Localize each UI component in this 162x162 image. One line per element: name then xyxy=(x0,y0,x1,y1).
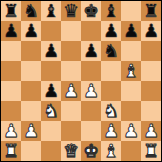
piece-white-bishop[interactable]: ♝ xyxy=(123,61,139,81)
square-b8[interactable]: ♞ xyxy=(21,1,41,21)
square-b1[interactable] xyxy=(21,141,41,161)
square-b2[interactable]: ♟ xyxy=(21,121,41,141)
piece-black-knight[interactable]: ♞ xyxy=(103,41,119,61)
square-e5[interactable] xyxy=(81,61,101,81)
square-d6[interactable] xyxy=(61,41,81,61)
square-a3[interactable] xyxy=(1,101,21,121)
square-b5[interactable] xyxy=(21,61,41,81)
piece-white-knight[interactable]: ♞ xyxy=(43,101,59,121)
piece-black-pawn[interactable]: ♟ xyxy=(43,81,59,101)
piece-black-bishop[interactable]: ♝ xyxy=(43,1,59,21)
square-h7[interactable]: ♟ xyxy=(141,21,161,41)
square-g2[interactable]: ♟ xyxy=(121,121,141,141)
square-h5[interactable] xyxy=(141,61,161,81)
square-a4[interactable] xyxy=(1,81,21,101)
square-d3[interactable] xyxy=(61,101,81,121)
piece-white-pawn[interactable]: ♟ xyxy=(123,121,139,141)
square-c3[interactable]: ♞ xyxy=(41,101,61,121)
square-e4[interactable]: ♟ xyxy=(81,81,101,101)
piece-white-pawn[interactable]: ♟ xyxy=(63,81,79,101)
square-f8[interactable]: ♝ xyxy=(101,1,121,21)
square-g7[interactable]: ♟ xyxy=(121,21,141,41)
piece-white-queen[interactable]: ♛ xyxy=(63,141,79,161)
piece-white-bishop[interactable]: ♝ xyxy=(103,141,119,161)
piece-black-pawn[interactable]: ♟ xyxy=(23,21,39,41)
piece-white-pawn[interactable]: ♟ xyxy=(83,81,99,101)
square-d2[interactable] xyxy=(61,121,81,141)
square-c4[interactable]: ♟ xyxy=(41,81,61,101)
square-c2[interactable] xyxy=(41,121,61,141)
piece-black-rook[interactable]: ♜ xyxy=(143,1,159,21)
square-a8[interactable]: ♜ xyxy=(1,1,21,21)
piece-white-pawn[interactable]: ♟ xyxy=(23,121,39,141)
square-h4[interactable] xyxy=(141,81,161,101)
piece-black-pawn[interactable]: ♟ xyxy=(123,21,139,41)
piece-white-rook[interactable]: ♜ xyxy=(143,141,159,161)
square-f3[interactable]: ♞ xyxy=(101,101,121,121)
square-c7[interactable] xyxy=(41,21,61,41)
square-h1[interactable]: ♜ xyxy=(141,141,161,161)
piece-black-king[interactable]: ♚ xyxy=(83,1,99,21)
square-f1[interactable]: ♝ xyxy=(101,141,121,161)
square-e6[interactable]: ♟ xyxy=(81,41,101,61)
square-h2[interactable]: ♟ xyxy=(141,121,161,141)
piece-white-pawn[interactable]: ♟ xyxy=(103,121,119,141)
square-b4[interactable] xyxy=(21,81,41,101)
square-g1[interactable] xyxy=(121,141,141,161)
piece-black-queen[interactable]: ♛ xyxy=(63,1,79,21)
square-f6[interactable]: ♞ xyxy=(101,41,121,61)
square-f4[interactable] xyxy=(101,81,121,101)
square-h3[interactable] xyxy=(141,101,161,121)
square-d1[interactable]: ♛ xyxy=(61,141,81,161)
square-g8[interactable] xyxy=(121,1,141,21)
square-f7[interactable]: ♟ xyxy=(101,21,121,41)
square-g3[interactable] xyxy=(121,101,141,121)
piece-white-king[interactable]: ♚ xyxy=(83,141,99,161)
square-e7[interactable] xyxy=(81,21,101,41)
piece-white-knight[interactable]: ♞ xyxy=(103,101,119,121)
piece-black-bishop[interactable]: ♝ xyxy=(103,1,119,21)
square-d8[interactable]: ♛ xyxy=(61,1,81,21)
chess-board[interactable]: ♜♞♝♛♚♝♜♟♟♟♟♟♟♟♞♝♟♟♟♞♞♟♟♟♟♟♜♛♚♝♜ xyxy=(0,0,162,162)
piece-white-pawn[interactable]: ♟ xyxy=(143,121,159,141)
square-g5[interactable]: ♝ xyxy=(121,61,141,81)
piece-white-pawn[interactable]: ♟ xyxy=(3,121,19,141)
square-f2[interactable]: ♟ xyxy=(101,121,121,141)
square-e3[interactable] xyxy=(81,101,101,121)
piece-black-rook[interactable]: ♜ xyxy=(3,1,19,21)
square-h8[interactable]: ♜ xyxy=(141,1,161,21)
square-a5[interactable] xyxy=(1,61,21,81)
square-c6[interactable]: ♟ xyxy=(41,41,61,61)
square-b6[interactable] xyxy=(21,41,41,61)
chess-board-frame: ♜♞♝♛♚♝♜♟♟♟♟♟♟♟♞♝♟♟♟♞♞♟♟♟♟♟♜♛♚♝♜ xyxy=(0,0,162,162)
square-a6[interactable] xyxy=(1,41,21,61)
square-a7[interactable]: ♟ xyxy=(1,21,21,41)
piece-black-pawn[interactable]: ♟ xyxy=(3,21,19,41)
square-e2[interactable] xyxy=(81,121,101,141)
piece-black-pawn[interactable]: ♟ xyxy=(103,21,119,41)
piece-black-pawn[interactable]: ♟ xyxy=(83,41,99,61)
square-c5[interactable] xyxy=(41,61,61,81)
square-d7[interactable] xyxy=(61,21,81,41)
square-a2[interactable]: ♟ xyxy=(1,121,21,141)
square-e8[interactable]: ♚ xyxy=(81,1,101,21)
square-h6[interactable] xyxy=(141,41,161,61)
square-e1[interactable]: ♚ xyxy=(81,141,101,161)
piece-black-knight[interactable]: ♞ xyxy=(23,1,39,21)
square-b3[interactable] xyxy=(21,101,41,121)
square-b7[interactable]: ♟ xyxy=(21,21,41,41)
square-f5[interactable] xyxy=(101,61,121,81)
piece-black-pawn[interactable]: ♟ xyxy=(43,41,59,61)
square-d4[interactable]: ♟ xyxy=(61,81,81,101)
square-c1[interactable] xyxy=(41,141,61,161)
square-g6[interactable] xyxy=(121,41,141,61)
piece-white-rook[interactable]: ♜ xyxy=(3,141,19,161)
square-a1[interactable]: ♜ xyxy=(1,141,21,161)
square-d5[interactable] xyxy=(61,61,81,81)
square-g4[interactable] xyxy=(121,81,141,101)
piece-black-pawn[interactable]: ♟ xyxy=(143,21,159,41)
square-c8[interactable]: ♝ xyxy=(41,1,61,21)
